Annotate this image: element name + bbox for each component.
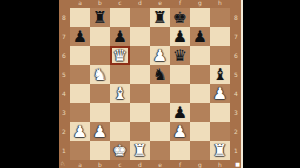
square-c4[interactable]: ♝ bbox=[110, 84, 130, 103]
square-h7[interactable] bbox=[210, 27, 230, 46]
piece-white-rook: ♜ bbox=[130, 141, 150, 160]
piece-black-rook: ♜ bbox=[150, 8, 170, 27]
file-label-bottom-f: f bbox=[170, 161, 190, 168]
rank-label-right-7: 7 bbox=[231, 27, 241, 46]
rank-labels-left: 87654321 bbox=[59, 8, 69, 160]
board-corner-square-icon: ■ bbox=[235, 161, 240, 167]
rank-label-right-1: 1 bbox=[231, 141, 241, 160]
square-e6[interactable]: ♟ bbox=[150, 46, 170, 65]
square-b1[interactable] bbox=[90, 141, 110, 160]
piece-white-bishop: ♝ bbox=[110, 84, 130, 103]
square-g1[interactable] bbox=[190, 141, 210, 160]
square-h3[interactable] bbox=[210, 103, 230, 122]
square-e4[interactable] bbox=[150, 84, 170, 103]
file-label-top-h: h bbox=[210, 0, 230, 7]
rank-labels-right: 87654321 bbox=[231, 8, 241, 160]
square-f6[interactable]: ♛ bbox=[170, 46, 190, 65]
piece-black-pawn: ♟ bbox=[170, 103, 190, 122]
square-e3[interactable] bbox=[150, 103, 170, 122]
square-b2[interactable]: ♟ bbox=[90, 122, 110, 141]
knight-logo-icon: ♘ bbox=[60, 161, 65, 167]
file-label-top-a: a bbox=[70, 0, 90, 7]
piece-black-rook: ♜ bbox=[90, 8, 110, 27]
piece-black-knight: ♞ bbox=[150, 65, 170, 84]
rank-label-left-2: 2 bbox=[59, 122, 69, 141]
square-c6[interactable]: ♛ bbox=[110, 46, 130, 65]
rank-label-right-5: 5 bbox=[231, 65, 241, 84]
square-c2[interactable] bbox=[110, 122, 130, 141]
piece-black-queen: ♛ bbox=[170, 46, 190, 65]
board-squares: ♜♜♚♟♟♟♟♛♟♛♞♞♝♝♟♟♟♟♟♚♜♜ bbox=[70, 8, 230, 160]
square-f4[interactable] bbox=[170, 84, 190, 103]
square-g8[interactable] bbox=[190, 8, 210, 27]
rank-label-left-7: 7 bbox=[59, 27, 69, 46]
square-b3[interactable] bbox=[90, 103, 110, 122]
square-g4[interactable] bbox=[190, 84, 210, 103]
square-a6[interactable] bbox=[70, 46, 90, 65]
file-label-bottom-e: e bbox=[150, 161, 170, 168]
rank-label-left-5: 5 bbox=[59, 65, 69, 84]
square-g3[interactable] bbox=[190, 103, 210, 122]
square-d3[interactable] bbox=[130, 103, 150, 122]
square-h2[interactable] bbox=[210, 122, 230, 141]
square-c5[interactable] bbox=[110, 65, 130, 84]
file-label-top-e: e bbox=[150, 0, 170, 7]
rank-label-left-3: 3 bbox=[59, 103, 69, 122]
file-label-top-f: f bbox=[170, 0, 190, 7]
chess-board: abcdefgh 87654321 87654321 ♜♜♚♟♟♟♟♛♟♛♞♞♝… bbox=[59, 0, 243, 168]
rank-label-right-6: 6 bbox=[231, 46, 241, 65]
rank-label-left-4: 4 bbox=[59, 84, 69, 103]
square-a1[interactable] bbox=[70, 141, 90, 160]
rank-label-left-6: 6 bbox=[59, 46, 69, 65]
square-g6[interactable] bbox=[190, 46, 210, 65]
square-f3[interactable]: ♟ bbox=[170, 103, 190, 122]
square-e7[interactable] bbox=[150, 27, 170, 46]
square-d6[interactable] bbox=[130, 46, 150, 65]
file-label-bottom-a: a bbox=[70, 161, 90, 168]
square-h8[interactable] bbox=[210, 8, 230, 27]
file-label-top-c: c bbox=[110, 0, 130, 7]
square-f7[interactable]: ♟ bbox=[170, 27, 190, 46]
square-f5[interactable] bbox=[170, 65, 190, 84]
square-h1[interactable]: ♜ bbox=[210, 141, 230, 160]
square-b6[interactable] bbox=[90, 46, 110, 65]
file-label-top-d: d bbox=[130, 0, 150, 7]
rank-label-left-1: 1 bbox=[59, 141, 69, 160]
piece-white-pawn: ♟ bbox=[90, 122, 110, 141]
square-d8[interactable] bbox=[130, 8, 150, 27]
square-f8[interactable]: ♚ bbox=[170, 8, 190, 27]
square-a4[interactable] bbox=[70, 84, 90, 103]
file-label-bottom-d: d bbox=[130, 161, 150, 168]
square-g7[interactable]: ♟ bbox=[190, 27, 210, 46]
square-e2[interactable] bbox=[150, 122, 170, 141]
file-labels-top: abcdefgh bbox=[70, 0, 230, 7]
file-labels-bottom: abcdefgh bbox=[70, 161, 230, 168]
rank-label-right-8: 8 bbox=[231, 8, 241, 27]
piece-white-king: ♚ bbox=[110, 141, 130, 160]
square-a3[interactable] bbox=[70, 103, 90, 122]
piece-black-bishop: ♝ bbox=[210, 65, 230, 84]
square-d4[interactable] bbox=[130, 84, 150, 103]
piece-black-king: ♚ bbox=[170, 8, 190, 27]
square-g2[interactable] bbox=[190, 122, 210, 141]
piece-white-knight: ♞ bbox=[90, 65, 110, 84]
square-d2[interactable] bbox=[130, 122, 150, 141]
square-f2[interactable]: ♟ bbox=[170, 122, 190, 141]
piece-white-pawn: ♟ bbox=[70, 122, 90, 141]
piece-black-pawn: ♟ bbox=[110, 27, 130, 46]
square-a2[interactable]: ♟ bbox=[70, 122, 90, 141]
piece-black-pawn: ♟ bbox=[170, 27, 190, 46]
square-b7[interactable] bbox=[90, 27, 110, 46]
square-c1[interactable]: ♚ bbox=[110, 141, 130, 160]
file-label-bottom-h: h bbox=[210, 161, 230, 168]
piece-white-pawn: ♟ bbox=[150, 46, 170, 65]
square-d7[interactable] bbox=[130, 27, 150, 46]
piece-white-pawn: ♟ bbox=[170, 122, 190, 141]
piece-white-rook: ♜ bbox=[210, 141, 230, 160]
piece-black-pawn: ♟ bbox=[190, 27, 210, 46]
square-b8[interactable]: ♜ bbox=[90, 8, 110, 27]
square-c7[interactable]: ♟ bbox=[110, 27, 130, 46]
square-b4[interactable] bbox=[90, 84, 110, 103]
square-e5[interactable]: ♞ bbox=[150, 65, 170, 84]
piece-black-pawn: ♟ bbox=[70, 27, 90, 46]
file-label-bottom-g: g bbox=[190, 161, 210, 168]
square-d5[interactable] bbox=[130, 65, 150, 84]
file-label-bottom-c: c bbox=[110, 161, 130, 168]
square-a7[interactable]: ♟ bbox=[70, 27, 90, 46]
square-h4[interactable]: ♟ bbox=[210, 84, 230, 103]
square-c3[interactable] bbox=[110, 103, 130, 122]
rank-label-right-3: 3 bbox=[231, 103, 241, 122]
square-a5[interactable] bbox=[70, 65, 90, 84]
piece-white-queen: ♛ bbox=[110, 46, 130, 65]
square-d1[interactable]: ♜ bbox=[130, 141, 150, 160]
file-label-top-b: b bbox=[90, 0, 110, 7]
square-h5[interactable]: ♝ bbox=[210, 65, 230, 84]
file-label-top-g: g bbox=[190, 0, 210, 7]
square-b5[interactable]: ♞ bbox=[90, 65, 110, 84]
rank-label-right-2: 2 bbox=[231, 122, 241, 141]
square-a8[interactable] bbox=[70, 8, 90, 27]
square-g5[interactable] bbox=[190, 65, 210, 84]
square-f1[interactable] bbox=[170, 141, 190, 160]
file-label-bottom-b: b bbox=[90, 161, 110, 168]
rank-label-right-4: 4 bbox=[231, 84, 241, 103]
square-c8[interactable] bbox=[110, 8, 130, 27]
piece-white-pawn: ♟ bbox=[210, 84, 230, 103]
rank-label-left-8: 8 bbox=[59, 8, 69, 27]
video-frame: abcdefgh 87654321 87654321 ♜♜♚♟♟♟♟♛♟♛♞♞♝… bbox=[0, 0, 300, 168]
square-e8[interactable]: ♜ bbox=[150, 8, 170, 27]
square-h6[interactable] bbox=[210, 46, 230, 65]
square-e1[interactable] bbox=[150, 141, 170, 160]
